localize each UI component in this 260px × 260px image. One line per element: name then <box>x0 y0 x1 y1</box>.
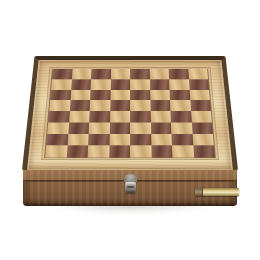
square-a3 <box>47 122 68 133</box>
square-f8 <box>149 69 169 79</box>
square-b7 <box>71 79 91 89</box>
square-e4 <box>130 111 150 122</box>
square-f7 <box>150 79 170 89</box>
square-f3 <box>150 122 171 133</box>
square-a4 <box>48 111 69 122</box>
square-h8 <box>188 69 208 79</box>
square-d5 <box>110 100 130 111</box>
square-b5 <box>69 100 90 111</box>
square-c4 <box>89 111 110 122</box>
square-h2 <box>192 134 214 146</box>
brass-nameplate <box>195 188 239 196</box>
square-d8 <box>110 69 130 79</box>
square-c3 <box>89 122 110 133</box>
chess-box-front <box>23 169 237 206</box>
square-d6 <box>110 90 130 101</box>
square-a6 <box>50 90 71 101</box>
board-frame <box>27 60 233 170</box>
square-g6 <box>169 90 189 101</box>
square-g1 <box>172 146 194 158</box>
nameplate-end-cap <box>195 188 203 196</box>
square-e7 <box>130 79 150 89</box>
square-h5 <box>190 100 211 111</box>
chess-board-lid <box>22 56 238 170</box>
square-b4 <box>69 111 90 122</box>
square-d2 <box>109 134 130 146</box>
square-h6 <box>189 90 210 101</box>
square-g7 <box>169 79 189 89</box>
square-c6 <box>90 90 110 101</box>
square-e1 <box>130 146 151 158</box>
square-c2 <box>88 134 109 146</box>
square-b1 <box>66 146 88 158</box>
square-f6 <box>150 90 170 101</box>
square-g5 <box>170 100 191 111</box>
square-d3 <box>109 122 130 133</box>
square-e6 <box>130 90 150 101</box>
square-h3 <box>191 122 212 133</box>
square-c7 <box>91 79 111 89</box>
square-g3 <box>171 122 192 133</box>
square-f5 <box>150 100 170 111</box>
clasp-latch-icon <box>122 174 139 195</box>
square-f1 <box>151 146 172 158</box>
square-g8 <box>169 69 189 79</box>
product-photo <box>0 0 260 260</box>
square-c5 <box>90 100 110 111</box>
square-b8 <box>71 69 91 79</box>
square-g2 <box>171 134 192 146</box>
square-e3 <box>130 122 151 133</box>
square-a8 <box>52 69 72 79</box>
square-d7 <box>110 79 130 89</box>
square-b2 <box>67 134 88 146</box>
square-h7 <box>189 79 209 89</box>
square-e2 <box>130 134 151 146</box>
square-a1 <box>45 146 67 158</box>
square-h1 <box>193 146 215 158</box>
square-f4 <box>150 111 171 122</box>
square-d4 <box>110 111 130 122</box>
clasp-hasp <box>125 182 136 193</box>
square-d1 <box>109 146 130 158</box>
square-a2 <box>46 134 68 146</box>
square-g4 <box>170 111 191 122</box>
square-f2 <box>151 134 172 146</box>
square-a5 <box>49 100 70 111</box>
square-h4 <box>191 111 212 122</box>
square-b6 <box>70 90 90 101</box>
square-c1 <box>88 146 109 158</box>
squares-grid <box>45 69 215 157</box>
square-b3 <box>68 122 89 133</box>
square-e8 <box>130 69 150 79</box>
square-c8 <box>91 69 111 79</box>
square-a7 <box>51 79 71 89</box>
square-e5 <box>130 100 150 111</box>
